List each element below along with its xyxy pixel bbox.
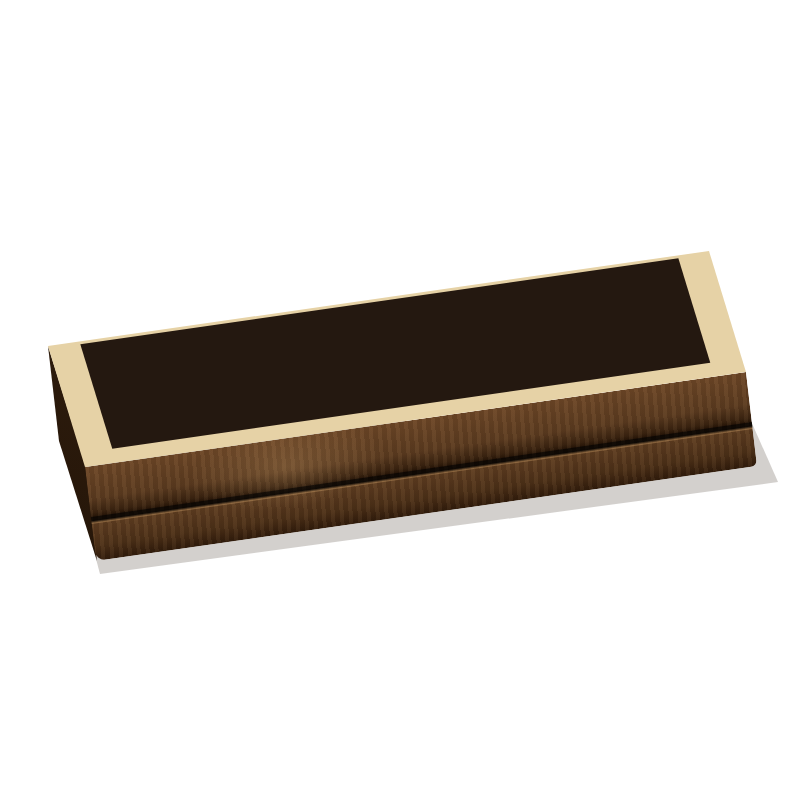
product-photo-stage (0, 0, 800, 800)
